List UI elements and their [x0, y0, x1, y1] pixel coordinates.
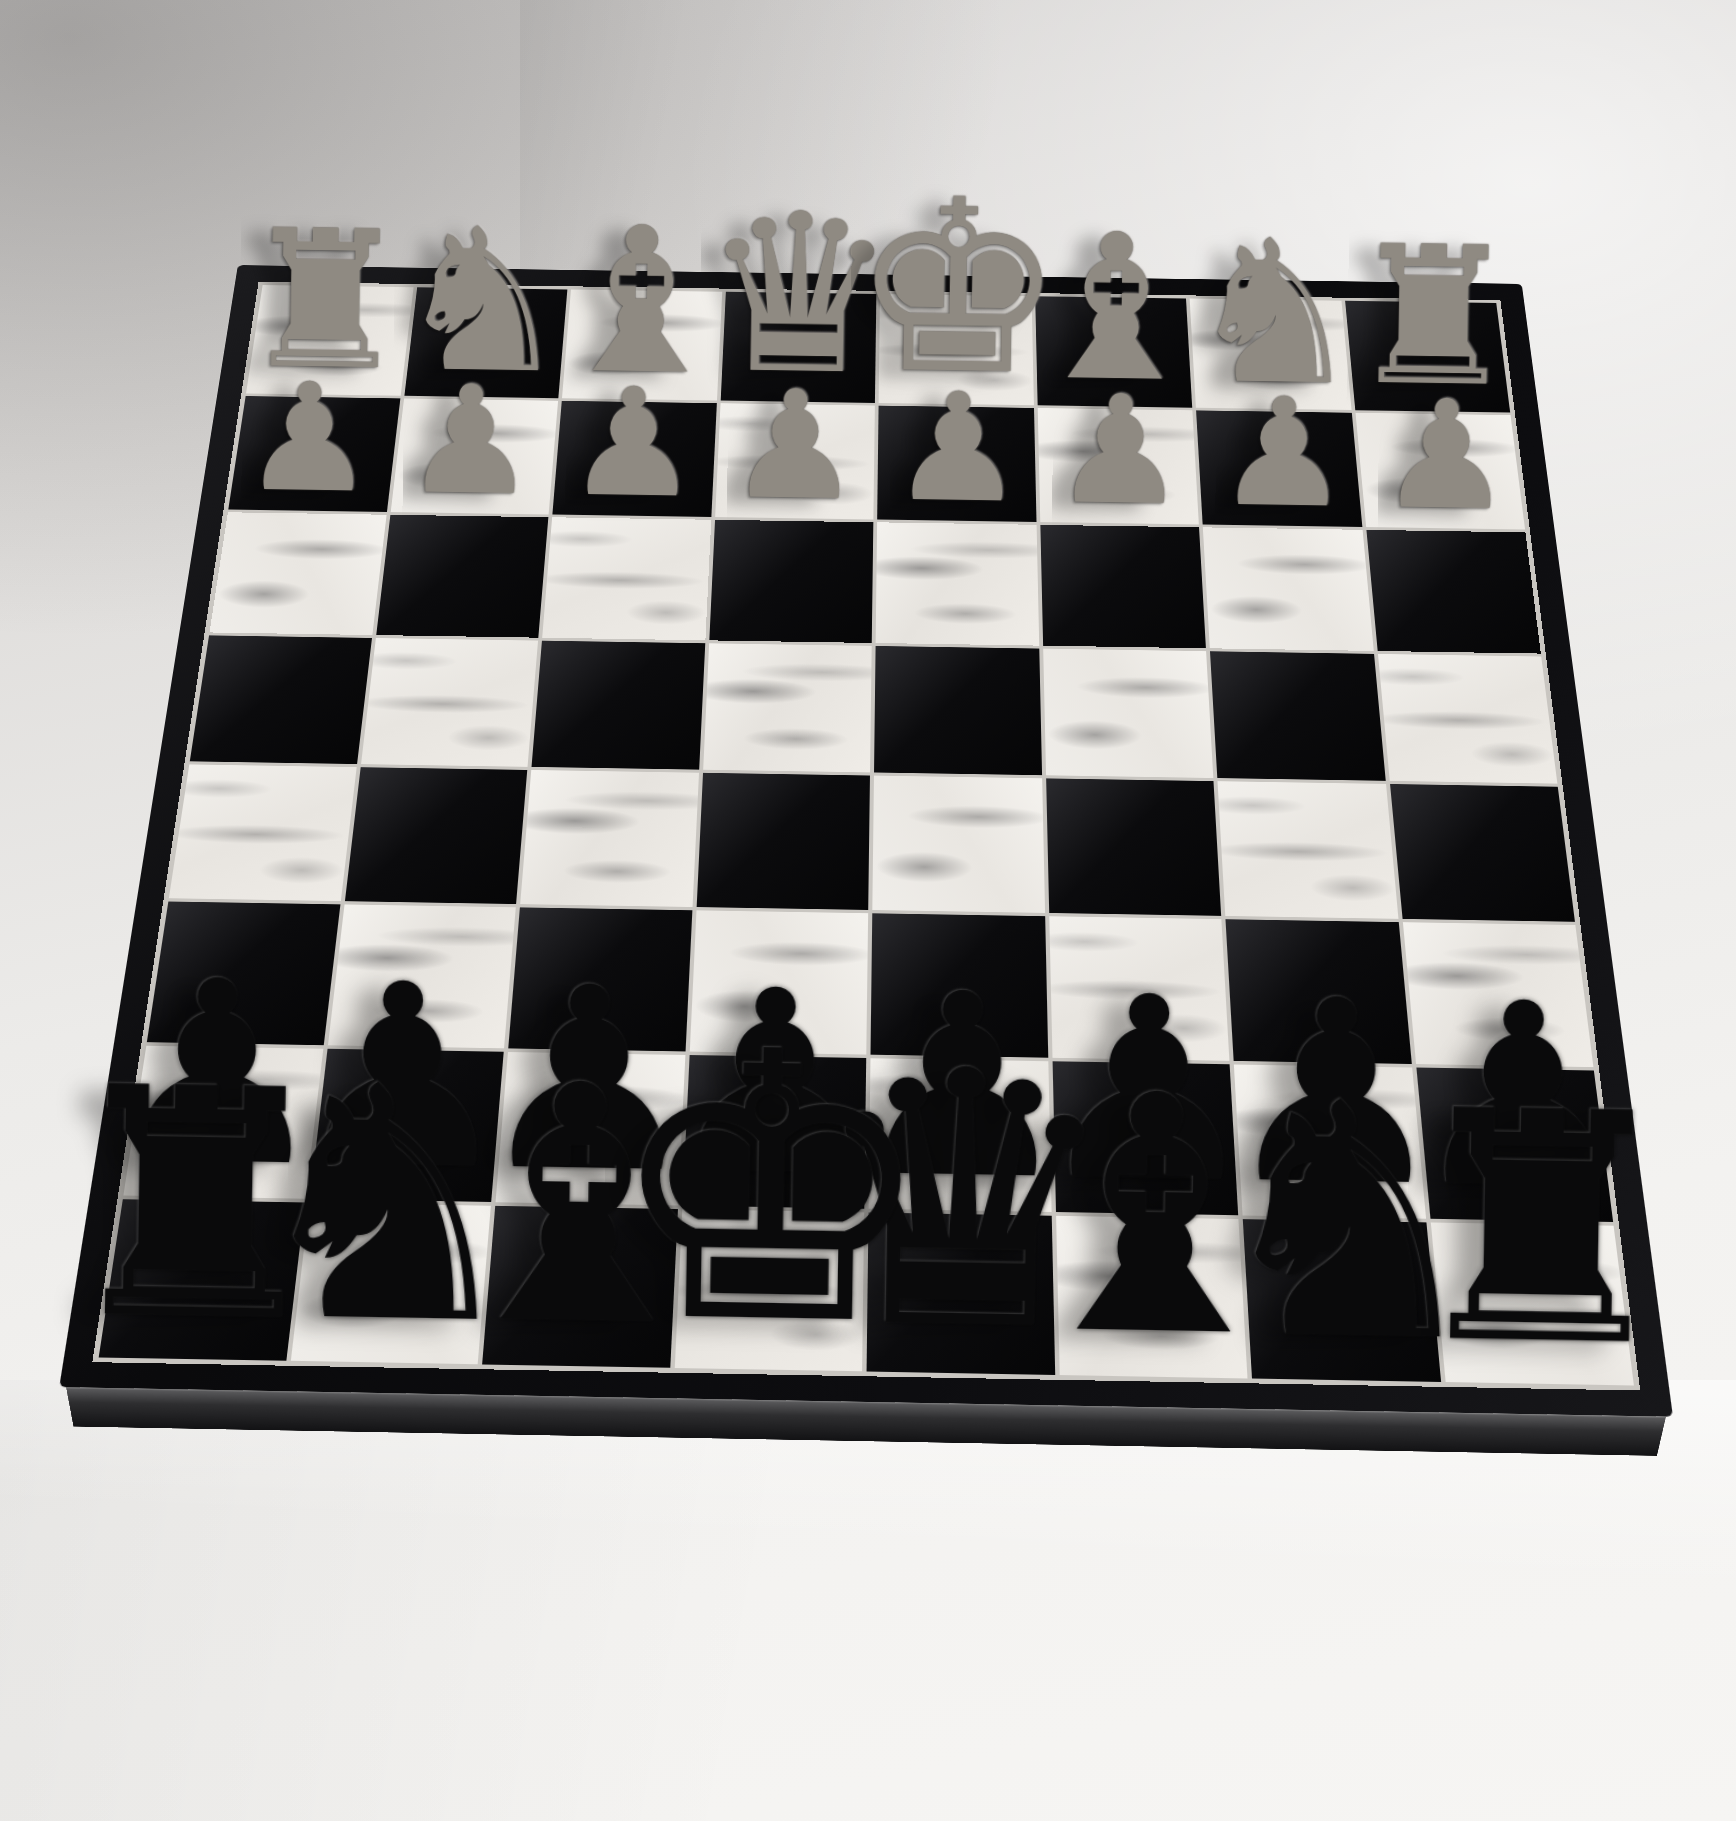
square-b4[interactable]	[1210, 651, 1385, 781]
square-e2[interactable]: ♟	[715, 403, 875, 520]
square-a5[interactable]	[1390, 784, 1575, 921]
square-g4[interactable]	[361, 638, 539, 767]
piece-black-rook-a8[interactable]: ♜	[1397, 1077, 1687, 1383]
board-perspective-wrapper: ♜♞♝♛♚♝♞♜♟♟♟♟♟♟♟♟♟♟♟♟♟♟♟♟♜♞♝♚♛♝♞♜	[14, 0, 1730, 1564]
square-d4[interactable]	[874, 646, 1042, 776]
square-b2[interactable]: ♟	[1196, 410, 1362, 527]
piece-white-pawn-g2[interactable]: ♟	[403, 368, 539, 512]
piece-white-pawn-h2[interactable]: ♟	[241, 365, 377, 509]
piece-white-pawn-e2[interactable]: ♟	[727, 373, 863, 517]
square-e5[interactable]	[696, 773, 870, 910]
square-b5[interactable]	[1217, 781, 1397, 918]
square-a8[interactable]: ♜	[1430, 1222, 1634, 1385]
piece-white-pawn-f2[interactable]: ♟	[565, 370, 701, 514]
piece-black-king-e8[interactable]: ♚	[603, 1012, 940, 1369]
square-g5[interactable]	[344, 767, 527, 903]
square-h8[interactable]: ♜	[99, 1199, 305, 1361]
square-f4[interactable]	[532, 640, 705, 769]
square-h4[interactable]	[190, 635, 372, 764]
scene-background: ♜♞♝♛♚♝♞♜♟♟♟♟♟♟♟♟♟♟♟♟♟♟♟♟♜♞♝♚♛♝♞♜	[0, 0, 1736, 1821]
square-c3[interactable]	[1040, 525, 1206, 648]
square-c5[interactable]	[1046, 778, 1221, 915]
square-g2[interactable]: ♟	[390, 398, 558, 514]
square-f3[interactable]	[542, 517, 711, 640]
square-c2[interactable]: ♟	[1037, 408, 1199, 525]
piece-white-pawn-b2[interactable]: ♟	[1215, 380, 1352, 524]
square-h5[interactable]	[169, 764, 356, 900]
piece-white-pawn-a2[interactable]: ♟	[1378, 382, 1515, 527]
square-h3[interactable]	[210, 512, 387, 634]
chess-board: ♜♞♝♛♚♝♞♜♟♟♟♟♟♟♟♟♟♟♟♟♟♟♟♟♜♞♝♚♛♝♞♜	[59, 265, 1673, 1417]
square-e3[interactable]	[709, 520, 874, 643]
square-a3[interactable]	[1366, 530, 1541, 653]
square-c4[interactable]	[1043, 648, 1214, 778]
board-front-edge	[66, 1387, 1666, 1456]
square-b3[interactable]	[1203, 527, 1373, 650]
square-g3[interactable]	[376, 515, 549, 637]
square-e4[interactable]	[703, 643, 872, 772]
square-a4[interactable]	[1377, 654, 1557, 784]
piece-black-rook-h8[interactable]: ♜	[52, 1054, 339, 1359]
square-d5[interactable]	[872, 776, 1044, 913]
piece-white-pawn-d2[interactable]: ♟	[889, 375, 1026, 519]
photo-scene: { "game": "chess", "scene": { "setting":…	[0, 0, 1736, 1821]
square-e8[interactable]: ♚	[674, 1209, 864, 1372]
square-f2[interactable]: ♟	[552, 401, 716, 517]
square-f5[interactable]	[520, 770, 698, 907]
square-a2[interactable]: ♟	[1355, 412, 1525, 529]
chess-board-squares: ♜♞♝♛♚♝♞♜♟♟♟♟♟♟♟♟♟♟♟♟♟♟♟♟♜♞♝♚♛♝♞♜	[92, 282, 1640, 1391]
piece-white-pawn-c2[interactable]: ♟	[1052, 378, 1189, 522]
square-d3[interactable]	[876, 522, 1039, 645]
square-h2[interactable]: ♟	[228, 396, 400, 512]
square-d2[interactable]: ♟	[877, 405, 1036, 522]
